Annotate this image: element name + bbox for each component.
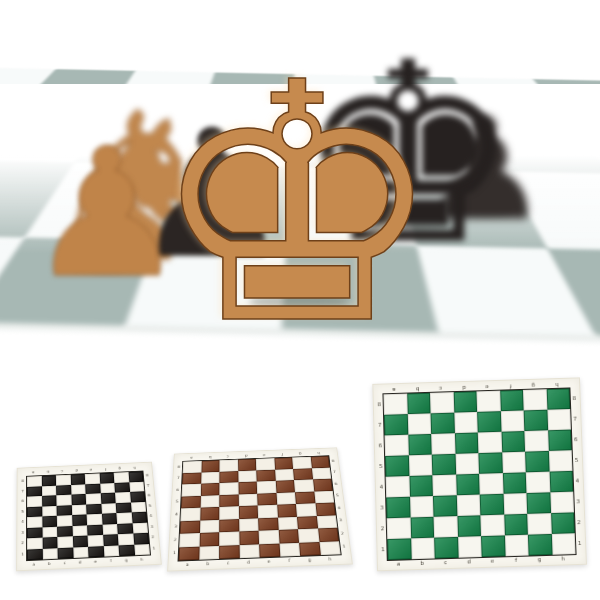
board-cell	[551, 512, 575, 534]
file-label: e	[259, 558, 280, 565]
rank-label: 8	[22, 479, 24, 483]
board-cell	[179, 546, 200, 560]
board-cell	[478, 452, 502, 473]
board-cell	[88, 535, 104, 546]
file-label: e	[475, 383, 498, 391]
board-cell	[182, 472, 201, 484]
board-cell	[524, 410, 548, 431]
board-cell	[548, 430, 572, 451]
board-cell	[201, 460, 219, 472]
rank-label: 5	[176, 499, 179, 503]
rank-label: 4	[21, 519, 23, 524]
file-label: c	[429, 384, 452, 392]
board-cell	[200, 483, 219, 496]
board-cell	[238, 470, 257, 482]
rank-label: 5	[575, 456, 579, 462]
board-cell	[478, 432, 502, 453]
board-cell	[384, 414, 408, 435]
board-cell	[297, 516, 318, 530]
board-cell	[238, 493, 257, 506]
board-cell	[481, 535, 505, 557]
board-cell	[130, 501, 146, 512]
rank-label: 7	[378, 421, 382, 427]
file-label: f	[504, 557, 528, 565]
board-cell	[180, 520, 200, 534]
rank-label: 4	[575, 477, 579, 483]
board-cell	[57, 505, 72, 516]
board-cell	[57, 526, 72, 537]
board-cell	[199, 519, 219, 533]
board-cell	[277, 516, 297, 530]
board-cell	[524, 430, 548, 451]
board-cell	[523, 389, 547, 410]
rank-label: 6	[334, 481, 337, 485]
board-cell	[57, 515, 72, 526]
rank-label: 7	[177, 476, 180, 480]
board-cell	[101, 503, 116, 514]
file-label: b	[406, 385, 429, 393]
board-cell	[410, 496, 434, 518]
rank-label: 4	[149, 513, 152, 518]
file-label: g	[522, 381, 545, 389]
rank-label: 5	[21, 509, 23, 514]
board-cell	[87, 524, 103, 535]
file-label: a	[26, 560, 41, 567]
board-cell	[311, 467, 331, 479]
rank-label: 8	[377, 401, 381, 407]
file-label: a	[26, 469, 40, 476]
board-cell	[455, 453, 479, 474]
file-label: c	[219, 454, 237, 460]
file-label: a	[382, 386, 405, 394]
board-cell	[431, 433, 455, 454]
board-cell	[315, 503, 336, 516]
board-cell	[130, 491, 146, 502]
board-cell	[71, 484, 86, 495]
board-cell	[477, 411, 501, 432]
board-cell	[434, 516, 458, 538]
board-cell	[274, 457, 293, 469]
board-cell	[501, 431, 525, 452]
board-cell	[42, 548, 58, 560]
board-cell	[103, 534, 119, 545]
rank-label: 2	[341, 531, 344, 536]
board-cell	[387, 518, 411, 540]
board-cell	[129, 481, 144, 492]
board-cell	[133, 533, 149, 544]
board-cell	[456, 495, 480, 517]
board-cell	[239, 544, 259, 558]
board-cell	[430, 392, 454, 413]
board-cell	[387, 538, 411, 560]
file-label: b	[200, 454, 218, 460]
file-label: a	[177, 561, 198, 569]
board-cell	[56, 495, 71, 506]
rank-label: 3	[174, 524, 177, 529]
board-cell	[115, 492, 130, 503]
board-cell	[258, 517, 278, 531]
rank-label: 1	[578, 539, 582, 545]
file-label: e	[88, 558, 104, 565]
board-cell	[86, 493, 101, 504]
file-label: b	[410, 560, 434, 568]
board-cell	[525, 451, 549, 472]
board-cell	[200, 495, 219, 508]
file-label: h	[319, 555, 340, 562]
board-cell	[548, 450, 572, 471]
board-cell	[199, 532, 219, 546]
board-cell	[71, 504, 86, 515]
file-label: g	[112, 465, 127, 472]
board-cell	[408, 434, 432, 455]
rank-label: 7	[333, 470, 336, 474]
rank-label: 6	[378, 442, 382, 448]
board-cell	[73, 546, 89, 558]
brown-vinyl-board: abcdefgh8765432187654321abcdefgh	[167, 447, 353, 571]
file-label: d	[457, 558, 481, 566]
file-label: f	[103, 557, 119, 564]
rank-label: 3	[380, 504, 384, 510]
board-cell	[100, 483, 115, 494]
chess-photo: ♟ ♞ ♟ ♚ ♚ ♟	[0, 0, 600, 372]
rank-label: 6	[21, 499, 23, 504]
board-cell	[103, 545, 119, 557]
file-label: a	[182, 455, 200, 461]
rank-label: 5	[336, 493, 339, 497]
board-cell	[219, 506, 238, 519]
board-cell	[385, 435, 409, 456]
rank-label: 2	[21, 541, 24, 546]
rank-label: 2	[381, 525, 385, 531]
board-cell	[434, 537, 458, 559]
board-cell	[238, 482, 257, 495]
board-cell	[87, 514, 102, 525]
file-label: e	[255, 452, 273, 458]
board-cell	[480, 494, 504, 516]
board-cell	[256, 469, 275, 481]
rank-label: 3	[576, 498, 580, 504]
rank-label: 3	[150, 524, 153, 529]
board-cell	[116, 502, 132, 513]
board-cell	[407, 393, 431, 414]
board-cell	[480, 515, 504, 537]
board-cell	[131, 512, 147, 523]
board-cell	[549, 471, 573, 492]
board-cell	[134, 544, 150, 556]
board-cell	[101, 513, 117, 524]
board-cell	[27, 506, 42, 517]
board-cell	[58, 547, 74, 559]
chessboard-grid	[26, 471, 151, 562]
board-cell	[259, 543, 280, 557]
board-cell	[383, 394, 407, 415]
board-cell	[200, 507, 219, 520]
board-cell	[100, 493, 115, 504]
board-cell	[278, 529, 299, 543]
board-cell	[201, 471, 220, 483]
board-cell	[72, 525, 87, 536]
board-cell	[299, 542, 320, 556]
board-cell	[239, 518, 259, 532]
file-label: g	[299, 556, 320, 563]
rank-label: 1	[21, 551, 24, 556]
board-cell	[42, 495, 57, 506]
file-label: b	[198, 560, 218, 567]
rank-label: 1	[173, 551, 176, 556]
board-cell	[292, 457, 311, 469]
board-cell	[182, 484, 201, 497]
board-cell	[527, 513, 551, 535]
board-cell	[310, 456, 330, 468]
board-cell	[238, 459, 257, 471]
rank-label: 5	[379, 463, 383, 469]
board-cell	[407, 413, 431, 434]
board-cell	[42, 537, 57, 549]
product-image: ♟ ♞ ♟ ♚ ♚ ♟ abcdefgh8765432187654321abcd…	[0, 0, 600, 600]
rank-label: 1	[152, 545, 155, 550]
file-label: d	[237, 453, 255, 459]
board-cell	[476, 391, 500, 412]
board-cell	[239, 531, 259, 545]
board-cell	[528, 534, 552, 556]
board-cell	[42, 505, 57, 516]
board-cell	[27, 527, 42, 538]
green-vinyl-board: abcdefgh8765432187654321abcdefgh	[372, 377, 587, 571]
board-cell	[313, 479, 333, 491]
board-cell	[276, 492, 296, 505]
board-cell	[275, 469, 294, 481]
file-label: d	[69, 467, 84, 474]
board-cell	[219, 494, 238, 507]
rank-label: 2	[151, 535, 154, 540]
board-cell	[118, 533, 134, 544]
board-cell	[27, 516, 42, 527]
board-cell	[294, 479, 314, 491]
board-cell	[199, 545, 219, 559]
board-cell	[179, 533, 199, 547]
file-label: c	[57, 559, 73, 566]
board-cell	[550, 492, 574, 514]
board-cell	[431, 413, 455, 434]
board-cell	[432, 454, 456, 475]
board-cell	[275, 480, 295, 493]
board-cell	[386, 476, 410, 497]
board-cell	[42, 526, 57, 537]
board-cell	[456, 474, 480, 495]
board-cell	[219, 482, 238, 495]
board-cell	[219, 531, 239, 545]
board-cell	[500, 410, 524, 431]
board-cell	[526, 472, 550, 493]
rank-label: 4	[175, 512, 178, 516]
board-cell	[503, 493, 527, 515]
file-label: g	[118, 556, 134, 563]
file-label: b	[40, 469, 55, 476]
board-cell	[27, 496, 42, 507]
board-cell	[457, 515, 481, 537]
file-label: d	[238, 558, 259, 565]
file-label: e	[83, 467, 98, 474]
board-cell	[219, 460, 237, 472]
board-cell	[500, 390, 524, 411]
black-vinyl-board: abcdefgh8765432187654321abcdefgh	[16, 462, 162, 572]
board-cell	[181, 496, 200, 509]
board-cell	[57, 536, 72, 548]
board-cell	[314, 490, 334, 503]
board-cell	[56, 485, 71, 496]
file-label: g	[291, 451, 310, 457]
file-label: c	[434, 559, 458, 567]
board-cell	[119, 544, 135, 556]
board-cell	[71, 494, 86, 505]
rank-label: 8	[332, 459, 335, 463]
board-cell	[259, 530, 279, 544]
board-cell	[132, 522, 148, 533]
file-label: h	[134, 556, 150, 563]
rank-label: 3	[339, 518, 342, 522]
board-cell	[409, 475, 433, 496]
chessboard-grid	[178, 455, 342, 561]
board-cell	[117, 523, 133, 534]
board-cell	[27, 538, 42, 550]
board-cell	[502, 472, 526, 493]
board-cell	[219, 471, 238, 483]
rank-label: 3	[21, 530, 23, 535]
board-cell	[319, 541, 341, 555]
board-cell	[116, 512, 132, 523]
file-label: e	[481, 557, 505, 565]
board-cell	[454, 432, 478, 453]
rank-label: 1	[381, 546, 385, 552]
file-label: f	[98, 466, 113, 473]
board-cell	[88, 546, 104, 558]
board-cell	[386, 497, 410, 519]
board-cell	[318, 528, 339, 542]
board-cell	[410, 517, 434, 539]
rank-label: 8	[178, 465, 181, 469]
board-cell	[433, 495, 457, 517]
board-cell	[42, 516, 57, 527]
board-cell	[279, 542, 300, 556]
board-cell	[293, 468, 313, 480]
board-cell	[502, 452, 526, 473]
rank-label: 2	[577, 519, 581, 525]
rank-label: 8	[146, 473, 149, 477]
rank-label: 1	[342, 544, 345, 549]
file-label: g	[528, 556, 552, 564]
rank-label: 6	[176, 488, 179, 492]
board-cell	[547, 409, 571, 430]
rank-label: 6	[574, 436, 578, 442]
board-cell	[504, 514, 528, 536]
board-cell	[257, 493, 277, 506]
board-cell	[257, 481, 276, 494]
board-cell	[295, 491, 315, 504]
board-cell	[180, 508, 200, 521]
rank-label: 8	[572, 395, 576, 401]
board-cell	[551, 533, 575, 555]
board-cell	[454, 412, 478, 433]
board-cell	[72, 514, 87, 525]
file-label: h	[127, 465, 142, 472]
file-label: a	[387, 560, 411, 568]
board-cell	[183, 461, 202, 473]
file-label: h	[309, 450, 328, 456]
board-cell	[86, 503, 101, 514]
rank-label: 7	[21, 489, 23, 493]
board-cell	[408, 455, 432, 476]
file-label: c	[218, 559, 238, 566]
file-label: c	[55, 468, 70, 475]
board-cell	[238, 505, 258, 518]
board-cell	[526, 492, 550, 514]
board-cell	[432, 475, 456, 496]
rank-label: 4	[380, 483, 384, 489]
rank-label: 4	[337, 505, 340, 509]
file-label: f	[273, 451, 291, 457]
board-cell	[27, 486, 42, 497]
rank-label: 2	[174, 537, 177, 542]
file-label: h	[545, 381, 568, 389]
board-cell	[27, 548, 42, 560]
board-cell	[72, 536, 88, 548]
board-cell	[298, 528, 319, 542]
board-cell	[256, 458, 275, 470]
board-cell	[385, 455, 409, 476]
file-label: f	[279, 557, 300, 564]
file-label: b	[41, 560, 57, 567]
board-cell	[296, 503, 316, 516]
chessboard-grid	[382, 387, 576, 561]
file-label: d	[452, 384, 475, 392]
board-cell	[453, 391, 477, 412]
board-cell	[504, 535, 528, 557]
board-cell	[458, 536, 482, 558]
board-cell	[411, 538, 435, 560]
rank-label: 7	[573, 415, 577, 421]
white-king-piece: ♚	[149, 40, 445, 370]
file-label: d	[72, 558, 88, 565]
rank-label: 5	[148, 503, 151, 508]
board-cell	[258, 505, 278, 518]
rank-label: 7	[147, 483, 150, 487]
rank-label: 6	[148, 493, 151, 498]
board-cell	[277, 504, 297, 517]
file-label: h	[551, 555, 575, 563]
board-cell	[219, 519, 239, 533]
board-cell	[479, 473, 503, 494]
board-cell	[102, 524, 118, 535]
file-label: f	[498, 382, 521, 390]
board-cell	[219, 545, 239, 559]
board-cell	[546, 388, 570, 409]
board-cell	[316, 515, 337, 529]
